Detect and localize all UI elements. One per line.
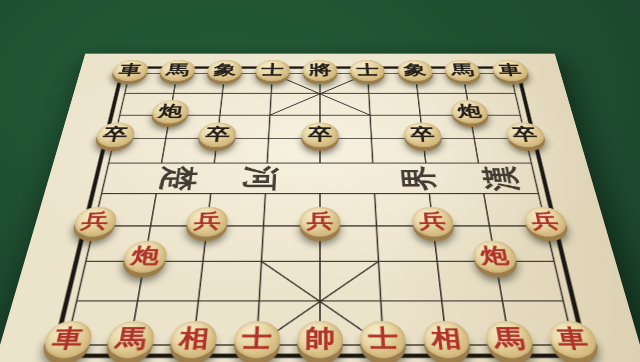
xiangqi-photo-scene: 楚河 漢界 車馬象士將士象馬車炮炮卒卒卒卒卒兵兵兵兵兵炮炮車馬相士帥士相馬車 bbox=[0, 0, 640, 362]
piece-character: 卒 bbox=[511, 126, 539, 142]
board-plane: 楚河 漢界 車馬象士將士象馬車炮炮卒卒卒卒卒兵兵兵兵兵炮炮車馬相士帥士相馬車 bbox=[0, 46, 640, 362]
piece-character: 兵 bbox=[80, 211, 111, 230]
piece-red-soldier[interactable]: 兵 bbox=[299, 207, 340, 237]
piece-character: 卒 bbox=[308, 126, 332, 142]
piece-black-general[interactable]: 將 bbox=[303, 60, 338, 81]
piece-character: 馬 bbox=[450, 63, 475, 77]
piece-character: 車 bbox=[497, 63, 523, 77]
piece-character: 卒 bbox=[409, 126, 435, 142]
piece-character: 炮 bbox=[130, 245, 161, 266]
piece-character: 帥 bbox=[305, 326, 335, 350]
piece-character: 象 bbox=[213, 63, 237, 77]
piece-character: 將 bbox=[309, 63, 332, 77]
piece-character: 士 bbox=[356, 63, 379, 77]
piece-character: 馬 bbox=[114, 326, 148, 350]
piece-character: 車 bbox=[50, 326, 85, 350]
piece-character: 車 bbox=[117, 63, 143, 77]
board-grid bbox=[0, 46, 640, 362]
piece-character: 相 bbox=[178, 326, 211, 350]
piece-character: 兵 bbox=[193, 211, 222, 230]
piece-character: 兵 bbox=[418, 211, 447, 230]
piece-character: 象 bbox=[403, 63, 427, 77]
piece-character: 士 bbox=[261, 63, 284, 77]
piece-character: 炮 bbox=[157, 103, 183, 118]
piece-character: 馬 bbox=[165, 63, 190, 77]
piece-character: 馬 bbox=[492, 326, 526, 350]
piece-character: 卒 bbox=[101, 126, 129, 142]
piece-character: 卒 bbox=[205, 126, 231, 142]
piece-red-general[interactable]: 帥 bbox=[297, 321, 344, 359]
piece-character: 士 bbox=[368, 326, 399, 350]
piece-character: 車 bbox=[554, 326, 589, 350]
piece-character: 兵 bbox=[529, 211, 560, 230]
piece-character: 兵 bbox=[307, 211, 334, 230]
piece-character: 相 bbox=[430, 326, 463, 350]
piece-character: 炮 bbox=[479, 245, 510, 266]
piece-character: 炮 bbox=[456, 103, 482, 118]
piece-black-soldier[interactable]: 卒 bbox=[301, 122, 339, 147]
piece-character: 士 bbox=[241, 326, 272, 350]
